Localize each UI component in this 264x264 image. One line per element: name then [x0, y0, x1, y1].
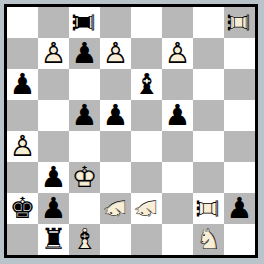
square-g5 [193, 100, 224, 131]
square-e4 [131, 131, 162, 162]
diagram-frame: ♜♜♖♟♙♟♟♙♟♙♟♝♟♟♟♟♙♟♚♔♚♟♞♘♞♘♜♖♟♜♝♗♞♘ [0, 0, 264, 264]
square-g8 [193, 7, 224, 38]
square-e3 [131, 162, 162, 193]
square-a8 [7, 7, 38, 38]
square-f6 [162, 69, 193, 100]
square-h7 [224, 38, 255, 69]
piece-black-pawn-a6: ♟ [7, 69, 38, 100]
square-h8: ♜♖ [224, 7, 255, 38]
square-a5 [7, 100, 38, 131]
square-a7 [7, 38, 38, 69]
square-g7 [193, 38, 224, 69]
square-a3 [7, 162, 38, 193]
square-f7: ♟♙ [162, 38, 193, 69]
square-h1 [224, 224, 255, 255]
piece-white-pawn-b7: ♟♙ [38, 38, 69, 69]
piece-black-bishop-e6: ♝ [131, 69, 162, 100]
square-f8 [162, 7, 193, 38]
square-a1 [7, 224, 38, 255]
square-h2: ♟ [224, 193, 255, 224]
square-g2: ♜♖ [193, 193, 224, 224]
square-d6 [100, 69, 131, 100]
piece-black-pawn-b2: ♟ [38, 193, 69, 224]
square-c6 [69, 69, 100, 100]
square-h4 [224, 131, 255, 162]
square-h5 [224, 100, 255, 131]
square-c4 [69, 131, 100, 162]
square-f2 [162, 193, 193, 224]
square-g1: ♞♘ [193, 224, 224, 255]
square-h3 [224, 162, 255, 193]
square-g4 [193, 131, 224, 162]
piece-white-knight-e2: ♞♘ [131, 193, 162, 224]
square-d7: ♟♙ [100, 38, 131, 69]
square-a2: ♚ [7, 193, 38, 224]
square-d8 [100, 7, 131, 38]
piece-black-pawn-c5: ♟ [69, 100, 100, 131]
piece-white-bishop-c1: ♝♗ [69, 224, 100, 255]
square-h6 [224, 69, 255, 100]
piece-black-rook-b1: ♜ [38, 224, 69, 255]
chess-board: ♜♜♖♟♙♟♟♙♟♙♟♝♟♟♟♟♙♟♚♔♚♟♞♘♞♘♜♖♟♜♝♗♞♘ [4, 4, 258, 258]
square-c8: ♜ [69, 7, 100, 38]
piece-white-pawn-d7: ♟♙ [100, 38, 131, 69]
piece-white-rook-g2: ♜♖ [193, 193, 224, 224]
piece-white-rook-h8: ♜♖ [224, 7, 255, 38]
piece-black-pawn-b3: ♟ [38, 162, 69, 193]
square-f4 [162, 131, 193, 162]
square-f3 [162, 162, 193, 193]
piece-black-pawn-f5: ♟ [162, 100, 193, 131]
square-e5 [131, 100, 162, 131]
square-e6: ♝ [131, 69, 162, 100]
square-f1 [162, 224, 193, 255]
square-b6 [38, 69, 69, 100]
piece-white-pawn-a4: ♟♙ [7, 131, 38, 162]
square-b7: ♟♙ [38, 38, 69, 69]
square-g6 [193, 69, 224, 100]
square-c1: ♝♗ [69, 224, 100, 255]
square-b3: ♟ [38, 162, 69, 193]
square-e8 [131, 7, 162, 38]
piece-white-pawn-f7: ♟♙ [162, 38, 193, 69]
piece-white-king-c3: ♚♔ [69, 162, 100, 193]
piece-black-king-a2: ♚ [7, 193, 38, 224]
square-c7: ♟ [69, 38, 100, 69]
square-d2: ♞♘ [100, 193, 131, 224]
square-b4 [38, 131, 69, 162]
square-d3 [100, 162, 131, 193]
piece-white-knight-g1: ♞♘ [193, 224, 224, 255]
square-a4: ♟♙ [7, 131, 38, 162]
square-d5: ♟ [100, 100, 131, 131]
square-a6: ♟ [7, 69, 38, 100]
square-e1 [131, 224, 162, 255]
square-b8 [38, 7, 69, 38]
square-c2 [69, 193, 100, 224]
square-e7 [131, 38, 162, 69]
square-b1: ♜ [38, 224, 69, 255]
square-d4 [100, 131, 131, 162]
square-b2: ♟ [38, 193, 69, 224]
square-c3: ♚♔ [69, 162, 100, 193]
piece-black-rook-c8: ♜ [69, 7, 100, 38]
piece-white-knight-d2: ♞♘ [100, 193, 131, 224]
square-b5 [38, 100, 69, 131]
piece-black-pawn-c7: ♟ [69, 38, 100, 69]
square-e2: ♞♘ [131, 193, 162, 224]
square-d1 [100, 224, 131, 255]
square-g3 [193, 162, 224, 193]
piece-black-pawn-h2: ♟ [224, 193, 255, 224]
square-f5: ♟ [162, 100, 193, 131]
piece-black-pawn-d5: ♟ [100, 100, 131, 131]
square-c5: ♟ [69, 100, 100, 131]
